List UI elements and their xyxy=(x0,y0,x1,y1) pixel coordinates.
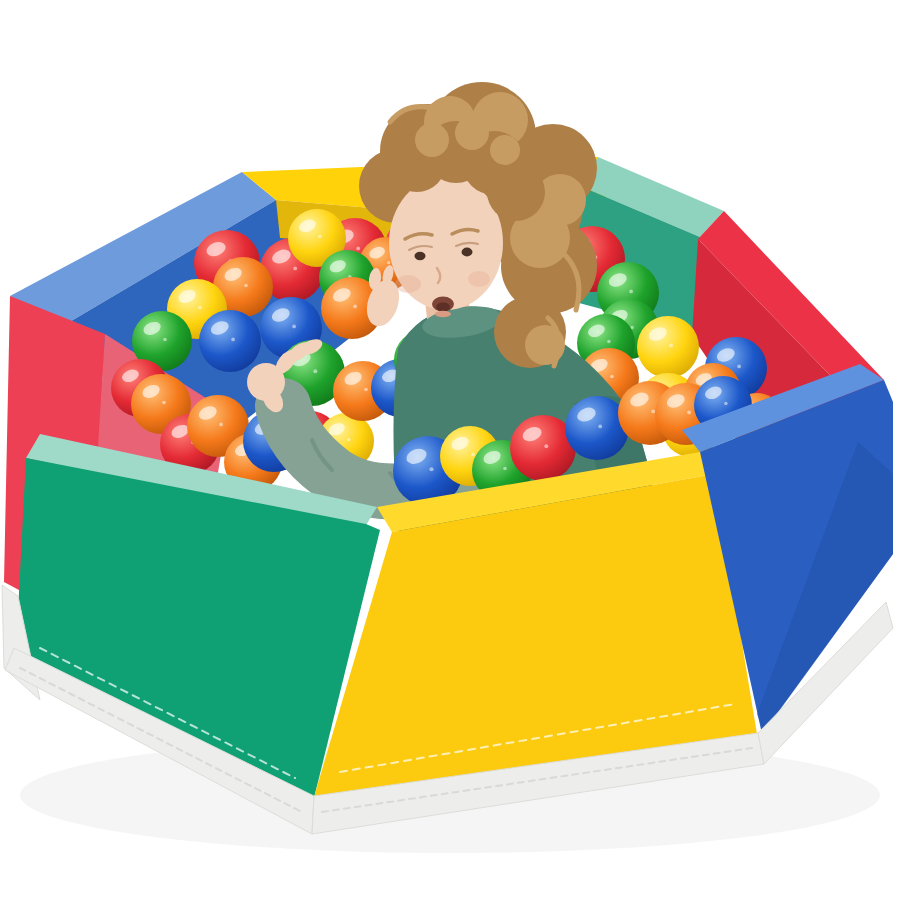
eye-right xyxy=(462,248,473,257)
hair-fringe-hi xyxy=(490,135,520,165)
hair-fringe xyxy=(487,163,545,221)
scene-svg xyxy=(0,0,903,905)
hair-fringe-hi xyxy=(455,116,489,150)
mouth-inner xyxy=(436,303,450,312)
product-image xyxy=(0,0,903,905)
blush-left xyxy=(395,275,421,293)
play-ball-blue xyxy=(199,310,261,372)
hair-fringe-hi xyxy=(415,123,449,157)
lower-lip xyxy=(435,311,451,317)
product-photo-stage xyxy=(0,0,903,905)
eye-left xyxy=(415,252,426,260)
blush-right xyxy=(468,271,490,287)
play-ball-yellow xyxy=(637,316,699,378)
